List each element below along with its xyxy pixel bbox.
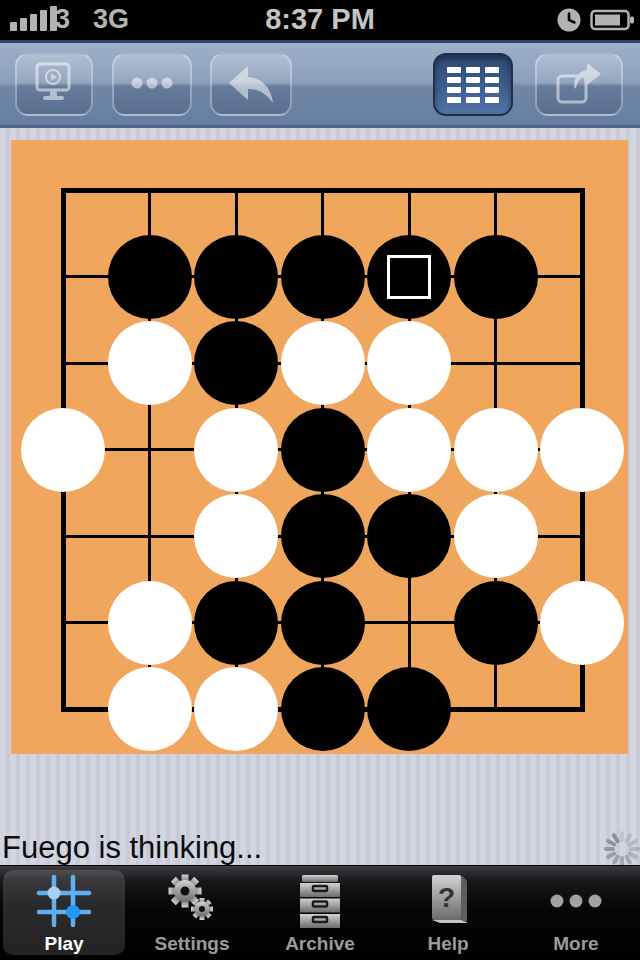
- white-stone: [194, 494, 278, 578]
- undo-button[interactable]: [210, 53, 292, 116]
- white-stone: [540, 581, 624, 665]
- white-stone: [108, 321, 192, 405]
- last-move-marker: [387, 255, 431, 299]
- svg-text:?: ?: [438, 882, 455, 913]
- go-board[interactable]: [11, 140, 628, 754]
- share-icon: [554, 60, 604, 110]
- gears-icon: [164, 871, 220, 931]
- tab-archive[interactable]: Archive: [256, 866, 384, 960]
- black-stone: [194, 235, 278, 319]
- tab-settings[interactable]: Settings: [128, 866, 256, 960]
- share-button[interactable]: [535, 53, 623, 116]
- tab-play-label: Play: [0, 933, 128, 955]
- tab-bar: Play: [0, 865, 640, 960]
- undo-arrow-icon: [225, 59, 277, 111]
- app-screen: 3 3G 8:37 PM: [0, 0, 640, 960]
- status-bar: 3 3G 8:37 PM: [0, 0, 640, 40]
- status-bar-time: 8:37 PM: [0, 3, 640, 36]
- tab-help[interactable]: ? Help: [384, 866, 512, 960]
- tab-play[interactable]: Play: [0, 866, 128, 960]
- black-stone: [281, 235, 365, 319]
- more-actions-button[interactable]: [112, 53, 192, 116]
- activity-spinner: [602, 829, 640, 869]
- black-stone: [281, 408, 365, 492]
- monitor-play-icon: [31, 61, 77, 109]
- black-stone: [367, 667, 451, 751]
- status-message: Fuego is thinking...: [2, 830, 262, 866]
- black-stone: [194, 581, 278, 665]
- grid-icon: [447, 67, 499, 103]
- white-stone: [454, 494, 538, 578]
- white-stone: [194, 667, 278, 751]
- tab-more[interactable]: More: [512, 866, 640, 960]
- black-stone: [281, 494, 365, 578]
- content-area: Fuego is thinking...: [0, 128, 640, 865]
- white-stone: [21, 408, 105, 492]
- help-book-icon: ?: [425, 871, 471, 931]
- tab-settings-label: Settings: [128, 933, 256, 955]
- black-stone: [281, 581, 365, 665]
- more-dots-icon: [549, 871, 603, 931]
- spinner-spoke: [629, 847, 640, 851]
- board-view-button[interactable]: [433, 53, 513, 116]
- file-cabinet-icon: [296, 871, 344, 931]
- computer-play-button[interactable]: [15, 53, 93, 116]
- white-stone: [367, 321, 451, 405]
- white-stone: [454, 408, 538, 492]
- white-stone: [194, 408, 278, 492]
- white-stone: [108, 581, 192, 665]
- go-board-icon: [35, 871, 93, 931]
- ellipsis-icon: [129, 76, 175, 94]
- white-stone: [108, 667, 192, 751]
- tab-more-label: More: [512, 933, 640, 955]
- black-stone: [108, 235, 192, 319]
- tab-help-label: Help: [384, 933, 512, 955]
- white-stone: [367, 408, 451, 492]
- black-stone: [454, 581, 538, 665]
- spinner-spoke: [604, 847, 615, 851]
- white-stone: [281, 321, 365, 405]
- toolbar: [0, 40, 640, 128]
- tab-archive-label: Archive: [256, 933, 384, 955]
- black-stone: [454, 235, 538, 319]
- alarm-clock-icon: [556, 7, 582, 37]
- black-stone: [194, 321, 278, 405]
- battery-icon: [590, 7, 636, 37]
- white-stone: [540, 408, 624, 492]
- black-stone: [281, 667, 365, 751]
- black-stone: [367, 494, 451, 578]
